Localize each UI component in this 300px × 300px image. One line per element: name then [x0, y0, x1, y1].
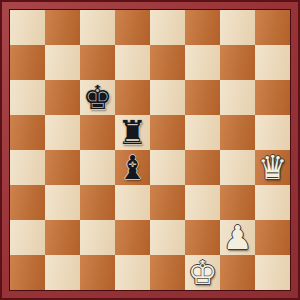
- square-d2[interactable]: [115, 220, 150, 255]
- square-e7[interactable]: [150, 45, 185, 80]
- square-d3[interactable]: [115, 185, 150, 220]
- square-d7[interactable]: [115, 45, 150, 80]
- square-a4[interactable]: [10, 150, 45, 185]
- square-f3[interactable]: [185, 185, 220, 220]
- square-h8[interactable]: [255, 10, 290, 45]
- piece-black-bishop[interactable]: ♝: [118, 150, 148, 185]
- square-b6[interactable]: [45, 80, 80, 115]
- square-d5[interactable]: ♜: [115, 115, 150, 150]
- square-f8[interactable]: [185, 10, 220, 45]
- square-d8[interactable]: [115, 10, 150, 45]
- square-g2[interactable]: ♟: [220, 220, 255, 255]
- square-a2[interactable]: [10, 220, 45, 255]
- square-e1[interactable]: [150, 255, 185, 290]
- square-a6[interactable]: [10, 80, 45, 115]
- square-b7[interactable]: [45, 45, 80, 80]
- square-b2[interactable]: [45, 220, 80, 255]
- square-b8[interactable]: [45, 10, 80, 45]
- square-g5[interactable]: [220, 115, 255, 150]
- square-a5[interactable]: [10, 115, 45, 150]
- square-c6[interactable]: ♚: [80, 80, 115, 115]
- square-b1[interactable]: [45, 255, 80, 290]
- square-e4[interactable]: [150, 150, 185, 185]
- square-h4[interactable]: ♛: [255, 150, 290, 185]
- square-e6[interactable]: [150, 80, 185, 115]
- chess-board-frame: ♚♜♝♛♟♚: [0, 0, 300, 300]
- square-f4[interactable]: [185, 150, 220, 185]
- square-e2[interactable]: [150, 220, 185, 255]
- square-g1[interactable]: [220, 255, 255, 290]
- piece-black-king[interactable]: ♚: [83, 80, 113, 115]
- square-d6[interactable]: [115, 80, 150, 115]
- square-g4[interactable]: [220, 150, 255, 185]
- square-f2[interactable]: [185, 220, 220, 255]
- square-g6[interactable]: [220, 80, 255, 115]
- square-d1[interactable]: [115, 255, 150, 290]
- square-h7[interactable]: [255, 45, 290, 80]
- square-g3[interactable]: [220, 185, 255, 220]
- piece-black-rook[interactable]: ♜: [118, 115, 148, 150]
- square-e3[interactable]: [150, 185, 185, 220]
- piece-white-king[interactable]: ♚: [188, 255, 218, 290]
- square-c8[interactable]: [80, 10, 115, 45]
- square-h2[interactable]: [255, 220, 290, 255]
- square-b3[interactable]: [45, 185, 80, 220]
- square-h6[interactable]: [255, 80, 290, 115]
- square-h5[interactable]: [255, 115, 290, 150]
- square-f1[interactable]: ♚: [185, 255, 220, 290]
- square-g8[interactable]: [220, 10, 255, 45]
- piece-white-queen[interactable]: ♛: [258, 150, 288, 185]
- square-c5[interactable]: [80, 115, 115, 150]
- square-c7[interactable]: [80, 45, 115, 80]
- square-h1[interactable]: [255, 255, 290, 290]
- square-f5[interactable]: [185, 115, 220, 150]
- square-a3[interactable]: [10, 185, 45, 220]
- square-f7[interactable]: [185, 45, 220, 80]
- piece-white-pawn[interactable]: ♟: [223, 220, 253, 255]
- square-a1[interactable]: [10, 255, 45, 290]
- square-c2[interactable]: [80, 220, 115, 255]
- square-c4[interactable]: [80, 150, 115, 185]
- square-a7[interactable]: [10, 45, 45, 80]
- square-h3[interactable]: [255, 185, 290, 220]
- square-e5[interactable]: [150, 115, 185, 150]
- square-e8[interactable]: [150, 10, 185, 45]
- square-b5[interactable]: [45, 115, 80, 150]
- square-d4[interactable]: ♝: [115, 150, 150, 185]
- square-b4[interactable]: [45, 150, 80, 185]
- square-a8[interactable]: [10, 10, 45, 45]
- square-c3[interactable]: [80, 185, 115, 220]
- square-f6[interactable]: [185, 80, 220, 115]
- square-c1[interactable]: [80, 255, 115, 290]
- chess-board: ♚♜♝♛♟♚: [9, 9, 291, 291]
- square-g7[interactable]: [220, 45, 255, 80]
